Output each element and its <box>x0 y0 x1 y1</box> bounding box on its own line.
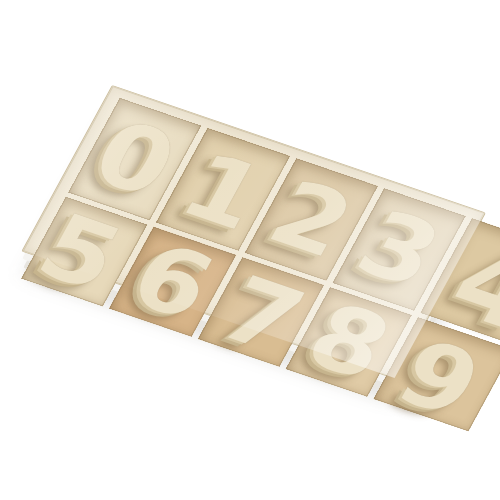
wooden-tray: 0 1 2 3 4 5 6 7 8 <box>21 85 486 379</box>
compartment-grid: 0 1 2 3 4 5 6 7 8 <box>38 98 468 366</box>
product-photo-canvas: 0 1 2 3 4 5 6 7 8 <box>0 0 500 500</box>
wooden-number-9: 9 <box>384 327 494 431</box>
